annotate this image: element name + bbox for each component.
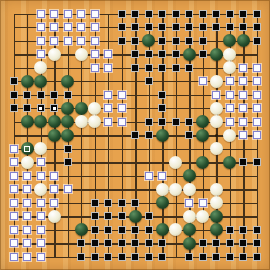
captured-mark-white-center — [53, 107, 56, 110]
white-territory-mark: □ — [64, 37, 72, 45]
white-territory-mark: □ — [50, 37, 58, 45]
white-territory-mark: □ — [37, 172, 45, 180]
white-territory-mark: □ — [37, 239, 45, 247]
white-territory-mark: □ — [226, 91, 234, 99]
black-territory-mark: ■ — [199, 50, 207, 58]
black-territory-mark: ■ — [64, 158, 72, 166]
black-stone[interactable]: ● — [156, 196, 169, 209]
black-territory-mark: ■ — [50, 91, 58, 99]
black-territory-mark: ■ — [199, 10, 207, 18]
black-stone[interactable]: ● — [21, 115, 34, 128]
black-stone[interactable]: ● — [210, 210, 223, 223]
white-territory-mark: □ — [37, 23, 45, 31]
black-territory-mark: ■ — [10, 104, 18, 112]
white-territory-mark: □ — [253, 118, 261, 126]
black-territory-mark: ■ — [64, 91, 72, 99]
white-stone[interactable]: ○ — [75, 48, 88, 61]
black-stone[interactable]: ● — [48, 129, 61, 142]
black-stone[interactable]: ● — [61, 115, 74, 128]
black-territory-mark: ■ — [23, 91, 31, 99]
white-territory-mark: □ — [91, 64, 99, 72]
white-territory-mark: □ — [23, 253, 31, 261]
white-territory-mark: □ — [50, 172, 58, 180]
white-territory-mark: □ — [77, 10, 85, 18]
white-territory-mark: □ — [253, 77, 261, 85]
black-territory-mark: ■ — [172, 37, 180, 45]
black-territory-mark: ■ — [104, 226, 112, 234]
white-territory-mark: □ — [23, 212, 31, 220]
white-territory-mark: □ — [253, 104, 261, 112]
black-stone[interactable]: ● — [129, 210, 142, 223]
white-territory-mark: □ — [10, 212, 18, 220]
black-territory-mark: ■ — [145, 226, 153, 234]
white-territory-mark: □ — [91, 37, 99, 45]
white-territory-mark: □ — [37, 50, 45, 58]
black-territory-mark: ■ — [77, 253, 85, 261]
black-territory-mark: ■ — [212, 253, 220, 261]
white-territory-mark: □ — [239, 64, 247, 72]
white-territory-mark: □ — [91, 50, 99, 58]
black-territory-mark: ■ — [118, 37, 126, 45]
black-territory-mark: ■ — [158, 37, 166, 45]
black-territory-mark: ■ — [253, 226, 261, 234]
white-territory-mark: □ — [37, 37, 45, 45]
black-territory-captured-mark: ■ — [50, 104, 58, 112]
white-territory-mark: □ — [239, 104, 247, 112]
black-territory-mark: ■ — [77, 239, 85, 247]
black-territory-mark: ■ — [226, 23, 234, 31]
white-territory-mark: □ — [23, 199, 31, 207]
white-territory-mark: □ — [10, 158, 18, 166]
white-territory-mark: □ — [239, 131, 247, 139]
white-territory-mark: □ — [226, 77, 234, 85]
black-territory-mark: ■ — [158, 64, 166, 72]
black-territory-mark: ■ — [131, 23, 139, 31]
black-territory-mark: ■ — [118, 10, 126, 18]
black-territory-mark: ■ — [91, 226, 99, 234]
black-territory-mark: ■ — [158, 239, 166, 247]
black-stone[interactable]: ● — [61, 129, 74, 142]
black-territory-mark: ■ — [131, 10, 139, 18]
white-territory-mark: □ — [145, 172, 153, 180]
black-territory-mark: ■ — [185, 118, 193, 126]
white-stone[interactable]: ○ — [183, 210, 196, 223]
white-territory-mark: □ — [37, 10, 45, 18]
star-point — [215, 134, 218, 137]
white-territory-mark: □ — [104, 50, 112, 58]
white-territory-mark: □ — [77, 37, 85, 45]
white-stone[interactable]: ○ — [88, 102, 101, 115]
black-territory-mark: ■ — [158, 50, 166, 58]
white-stone[interactable]: ○ — [21, 156, 34, 169]
black-territory-mark: ■ — [91, 199, 99, 207]
black-territory-mark: ■ — [253, 23, 261, 31]
black-territory-mark: ■ — [131, 37, 139, 45]
white-stone[interactable]: ○ — [75, 115, 88, 128]
white-territory-mark: □ — [10, 253, 18, 261]
black-territory-mark: ■ — [239, 10, 247, 18]
black-territory-mark: ■ — [226, 10, 234, 18]
white-territory-mark: □ — [239, 118, 247, 126]
black-territory-mark: ■ — [185, 64, 193, 72]
white-territory-mark: □ — [239, 91, 247, 99]
black-territory-mark: ■ — [118, 212, 126, 220]
black-stone[interactable]: ● — [237, 34, 250, 47]
white-stone[interactable]: ○ — [34, 183, 47, 196]
white-territory-mark: □ — [50, 199, 58, 207]
white-territory-mark: □ — [91, 10, 99, 18]
white-territory-mark: □ — [104, 64, 112, 72]
black-territory-mark: ■ — [131, 199, 139, 207]
white-territory-mark: □ — [64, 23, 72, 31]
white-stone[interactable]: ○ — [169, 183, 182, 196]
black-territory-mark: ■ — [158, 10, 166, 18]
black-territory-mark: ■ — [253, 239, 261, 247]
black-territory-mark: ■ — [131, 64, 139, 72]
white-territory-mark: □ — [104, 91, 112, 99]
white-stone[interactable]: ○ — [196, 210, 209, 223]
black-stone[interactable]: ● — [196, 129, 209, 142]
black-territory-mark: ■ — [91, 253, 99, 261]
black-stone[interactable]: ● — [34, 75, 47, 88]
white-territory-mark: □ — [10, 239, 18, 247]
white-stone[interactable]: ○ — [34, 61, 47, 74]
black-territory-mark: ■ — [10, 91, 18, 99]
black-territory-mark: ■ — [91, 239, 99, 247]
black-territory-mark: ■ — [118, 23, 126, 31]
black-territory-mark: ■ — [185, 23, 193, 31]
white-stone[interactable]: ○ — [48, 48, 61, 61]
captured-mark-white-center — [39, 107, 42, 110]
black-territory-mark: ■ — [212, 23, 220, 31]
black-territory-mark: ■ — [145, 50, 153, 58]
white-territory-mark: □ — [37, 199, 45, 207]
black-territory-mark: ■ — [37, 91, 45, 99]
black-territory-mark: ■ — [185, 10, 193, 18]
black-territory-mark: ■ — [145, 64, 153, 72]
black-territory-mark: ■ — [199, 37, 207, 45]
black-territory-mark: ■ — [104, 212, 112, 220]
white-territory-mark: □ — [23, 239, 31, 247]
black-territory-mark: ■ — [118, 253, 126, 261]
black-stone[interactable]: ● — [196, 115, 209, 128]
black-territory-mark: ■ — [172, 10, 180, 18]
black-territory-mark: ■ — [199, 253, 207, 261]
white-territory-mark: □ — [64, 185, 72, 193]
white-territory-mark: □ — [10, 172, 18, 180]
black-territory-mark: ■ — [253, 158, 261, 166]
black-stone[interactable]: ● — [75, 223, 88, 236]
white-territory-mark: □ — [37, 212, 45, 220]
black-stone[interactable]: ● — [210, 223, 223, 236]
go-board[interactable]: □□□□□■■■■■■■■■■■□□□□□■■■■■■■■■■■□□□□□■■●… — [0, 0, 270, 270]
white-territory-mark: □ — [118, 104, 126, 112]
black-stone[interactable]: ● — [223, 34, 236, 47]
dead-black-stone[interactable]: ● — [21, 142, 34, 155]
white-territory-mark: □ — [212, 91, 220, 99]
white-territory-mark: □ — [10, 145, 18, 153]
white-territory-mark: □ — [91, 23, 99, 31]
black-stone[interactable]: ● — [48, 115, 61, 128]
black-territory-mark: ■ — [239, 253, 247, 261]
white-stone[interactable]: ○ — [183, 183, 196, 196]
black-territory-captured-mark: ■ — [37, 104, 45, 112]
white-territory-mark: □ — [37, 226, 45, 234]
black-territory-mark: ■ — [239, 23, 247, 31]
black-territory-mark: ■ — [23, 104, 31, 112]
black-territory-mark: ■ — [199, 23, 207, 31]
black-territory-mark: ■ — [145, 253, 153, 261]
black-stone[interactable]: ● — [210, 48, 223, 61]
black-territory-mark: ■ — [104, 239, 112, 247]
black-territory-mark: ■ — [253, 37, 261, 45]
black-territory-mark: ■ — [104, 199, 112, 207]
black-territory-mark: ■ — [91, 212, 99, 220]
white-stone[interactable]: ○ — [210, 196, 223, 209]
white-territory-mark: □ — [199, 77, 207, 85]
white-territory-mark: □ — [50, 23, 58, 31]
black-territory-mark: ■ — [158, 23, 166, 31]
white-territory-mark: □ — [23, 226, 31, 234]
black-stone[interactable]: ● — [34, 115, 47, 128]
black-territory-mark: ■ — [253, 253, 261, 261]
white-territory-mark: □ — [253, 131, 261, 139]
white-territory-mark: □ — [253, 64, 261, 72]
black-territory-mark: ■ — [131, 239, 139, 247]
white-stone[interactable]: ○ — [223, 61, 236, 74]
black-territory-mark: ■ — [104, 253, 112, 261]
white-territory-mark: □ — [158, 172, 166, 180]
white-territory-mark: □ — [253, 91, 261, 99]
black-territory-mark: ■ — [158, 91, 166, 99]
black-territory-mark: ■ — [118, 199, 126, 207]
white-stone[interactable]: ○ — [223, 129, 236, 142]
black-stone[interactable]: ● — [183, 237, 196, 250]
white-territory-mark: □ — [37, 158, 45, 166]
black-stone[interactable]: ● — [61, 102, 74, 115]
black-territory-mark: ■ — [172, 50, 180, 58]
white-stone[interactable]: ○ — [223, 48, 236, 61]
black-territory-mark: ■ — [253, 10, 261, 18]
white-stone[interactable]: ○ — [210, 115, 223, 128]
white-territory-mark: □ — [118, 91, 126, 99]
black-territory-mark: ■ — [185, 37, 193, 45]
black-territory-mark: ■ — [172, 118, 180, 126]
black-stone[interactable]: ● — [223, 156, 236, 169]
black-territory-mark: ■ — [226, 226, 234, 234]
white-stone[interactable]: ○ — [156, 183, 169, 196]
black-territory-mark: ■ — [118, 226, 126, 234]
black-territory-mark: ■ — [145, 10, 153, 18]
black-territory-mark: ■ — [158, 104, 166, 112]
black-territory-mark: ■ — [185, 131, 193, 139]
black-territory-mark: ■ — [131, 50, 139, 58]
black-stone[interactable]: ● — [183, 223, 196, 236]
black-territory-mark: ■ — [239, 158, 247, 166]
black-territory-mark: ■ — [172, 64, 180, 72]
white-territory-mark: □ — [23, 172, 31, 180]
black-territory-mark: ■ — [64, 145, 72, 153]
white-stone[interactable]: ○ — [48, 210, 61, 223]
black-territory-mark: ■ — [226, 239, 234, 247]
black-territory-mark: ■ — [145, 77, 153, 85]
black-territory-mark: ■ — [145, 118, 153, 126]
black-stone[interactable]: ● — [156, 223, 169, 236]
white-territory-mark: □ — [104, 118, 112, 126]
white-territory-mark: □ — [118, 118, 126, 126]
black-territory-mark: ■ — [212, 239, 220, 247]
white-stone[interactable]: ○ — [210, 142, 223, 155]
black-stone[interactable]: ● — [183, 48, 196, 61]
black-territory-mark: ■ — [145, 23, 153, 31]
white-territory-mark: □ — [10, 199, 18, 207]
black-territory-mark: ■ — [185, 253, 193, 261]
black-stone[interactable]: ● — [183, 169, 196, 182]
black-territory-mark: ■ — [131, 226, 139, 234]
white-territory-mark: □ — [10, 226, 18, 234]
black-territory-mark: ■ — [131, 131, 139, 139]
black-stone[interactable]: ● — [156, 129, 169, 142]
white-stone[interactable]: ○ — [210, 183, 223, 196]
white-territory-mark: □ — [226, 104, 234, 112]
black-territory-mark: ■ — [199, 239, 207, 247]
black-territory-mark: ■ — [145, 212, 153, 220]
white-territory-mark: □ — [185, 199, 193, 207]
white-territory-mark: □ — [64, 10, 72, 18]
black-stone[interactable]: ● — [196, 156, 209, 169]
black-stone[interactable]: ● — [142, 34, 155, 47]
white-territory-mark: □ — [104, 104, 112, 112]
white-stone[interactable]: ○ — [169, 156, 182, 169]
black-stone[interactable]: ● — [21, 75, 34, 88]
white-territory-mark: □ — [77, 23, 85, 31]
black-territory-mark: ■ — [131, 253, 139, 261]
white-territory-mark: □ — [199, 199, 207, 207]
white-stone[interactable]: ○ — [88, 115, 101, 128]
black-territory-mark: ■ — [145, 239, 153, 247]
black-territory-mark: ■ — [239, 239, 247, 247]
white-stone[interactable]: ○ — [169, 223, 182, 236]
white-stone[interactable]: ○ — [210, 102, 223, 115]
black-territory-mark: ■ — [118, 239, 126, 247]
white-territory-mark: □ — [239, 77, 247, 85]
white-territory-mark: □ — [10, 185, 18, 193]
black-territory-mark: ■ — [10, 77, 18, 85]
dead-stone-square-mark — [24, 146, 30, 152]
white-territory-mark: □ — [50, 185, 58, 193]
black-territory-mark: ■ — [158, 253, 166, 261]
black-territory-mark: ■ — [172, 23, 180, 31]
black-territory-mark: ■ — [226, 253, 234, 261]
white-territory-mark: □ — [226, 118, 234, 126]
white-territory-mark: □ — [23, 185, 31, 193]
black-territory-mark: ■ — [145, 131, 153, 139]
black-territory-mark: ■ — [158, 118, 166, 126]
black-stone[interactable]: ● — [75, 102, 88, 115]
white-territory-mark: □ — [50, 10, 58, 18]
white-territory-mark: □ — [37, 253, 45, 261]
white-stone[interactable]: ○ — [34, 142, 47, 155]
black-territory-mark: ■ — [239, 226, 247, 234]
white-stone[interactable]: ○ — [210, 75, 223, 88]
black-territory-mark: ■ — [212, 10, 220, 18]
black-stone[interactable]: ● — [61, 75, 74, 88]
